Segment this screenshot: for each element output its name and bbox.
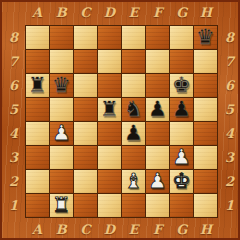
square-b8[interactable] — [50, 26, 73, 49]
file-label-b: B — [49, 219, 73, 240]
square-h6[interactable] — [194, 74, 217, 97]
square-g7[interactable] — [170, 50, 193, 73]
piece-black-rook[interactable]: ♜ — [100, 98, 119, 121]
piece-black-king[interactable]: ♚ — [172, 74, 191, 97]
square-a5[interactable] — [26, 98, 49, 121]
square-e5[interactable]: ♞ — [122, 98, 145, 121]
rank-label-8: 8 — [219, 25, 240, 49]
file-label-e: E — [122, 2, 146, 23]
square-b5[interactable] — [50, 98, 73, 121]
chess-board: ♛♜♛♚♜♞♟♟♟♟♟♝♟♚♜ — [25, 25, 218, 218]
square-c3[interactable] — [74, 146, 97, 169]
square-d4[interactable] — [98, 122, 121, 145]
square-b1[interactable]: ♜ — [50, 194, 73, 217]
rank-label-5: 5 — [3, 97, 24, 121]
square-f3[interactable] — [146, 146, 169, 169]
square-e2[interactable]: ♝ — [122, 170, 145, 193]
square-c1[interactable] — [74, 194, 97, 217]
rank-label-2: 2 — [219, 170, 240, 194]
piece-white-king[interactable]: ♚ — [172, 170, 191, 193]
square-d8[interactable] — [98, 26, 121, 49]
square-b6[interactable]: ♛ — [50, 74, 73, 97]
square-g8[interactable] — [170, 26, 193, 49]
rank-label-7: 7 — [219, 49, 240, 73]
rank-labels-left: 87654321 — [3, 25, 24, 218]
piece-black-knight[interactable]: ♞ — [124, 98, 143, 121]
rank-label-8: 8 — [3, 25, 24, 49]
square-c6[interactable] — [74, 74, 97, 97]
square-b2[interactable] — [50, 170, 73, 193]
file-label-h: H — [194, 219, 218, 240]
square-g3[interactable]: ♟ — [170, 146, 193, 169]
file-label-c: C — [73, 219, 97, 240]
square-e1[interactable] — [122, 194, 145, 217]
square-d2[interactable] — [98, 170, 121, 193]
piece-black-queen[interactable]: ♛ — [196, 26, 215, 49]
square-g4[interactable] — [170, 122, 193, 145]
square-d3[interactable] — [98, 146, 121, 169]
piece-black-rook[interactable]: ♜ — [28, 74, 47, 97]
file-label-a: A — [25, 2, 49, 23]
file-label-c: C — [73, 2, 97, 23]
square-a6[interactable]: ♜ — [26, 74, 49, 97]
square-f1[interactable] — [146, 194, 169, 217]
square-h7[interactable] — [194, 50, 217, 73]
file-label-h: H — [194, 2, 218, 23]
square-e3[interactable] — [122, 146, 145, 169]
rank-label-6: 6 — [219, 73, 240, 97]
file-label-f: F — [146, 2, 170, 23]
rank-label-6: 6 — [3, 73, 24, 97]
file-labels-bottom: ABCDEFGH — [25, 219, 218, 240]
square-a4[interactable] — [26, 122, 49, 145]
piece-white-pawn[interactable]: ♟ — [172, 146, 191, 169]
square-c7[interactable] — [74, 50, 97, 73]
square-b7[interactable] — [50, 50, 73, 73]
piece-white-pawn[interactable]: ♟ — [52, 122, 71, 145]
rank-label-3: 3 — [3, 146, 24, 170]
file-label-a: A — [25, 219, 49, 240]
square-h1[interactable] — [194, 194, 217, 217]
square-h3[interactable] — [194, 146, 217, 169]
square-a2[interactable] — [26, 170, 49, 193]
square-a3[interactable] — [26, 146, 49, 169]
square-d1[interactable] — [98, 194, 121, 217]
file-label-f: F — [146, 219, 170, 240]
rank-label-4: 4 — [219, 122, 240, 146]
piece-black-pawn[interactable]: ♟ — [148, 98, 167, 121]
square-g6[interactable]: ♚ — [170, 74, 193, 97]
square-d7[interactable] — [98, 50, 121, 73]
square-h8[interactable]: ♛ — [194, 26, 217, 49]
file-label-d: D — [97, 2, 121, 23]
piece-white-pawn[interactable]: ♟ — [148, 170, 167, 193]
piece-white-rook[interactable]: ♜ — [52, 194, 71, 217]
square-h4[interactable] — [194, 122, 217, 145]
file-label-d: D — [97, 219, 121, 240]
square-g2[interactable]: ♚ — [170, 170, 193, 193]
square-h5[interactable] — [194, 98, 217, 121]
piece-black-queen[interactable]: ♛ — [52, 74, 71, 97]
square-a7[interactable] — [26, 50, 49, 73]
rank-label-2: 2 — [3, 170, 24, 194]
piece-black-pawn[interactable]: ♟ — [172, 98, 191, 121]
file-label-g: G — [170, 2, 194, 23]
square-a1[interactable] — [26, 194, 49, 217]
rank-label-3: 3 — [219, 146, 240, 170]
square-e8[interactable] — [122, 26, 145, 49]
square-c2[interactable] — [74, 170, 97, 193]
rank-label-7: 7 — [3, 49, 24, 73]
square-g5[interactable]: ♟ — [170, 98, 193, 121]
rank-label-4: 4 — [3, 122, 24, 146]
square-c4[interactable] — [74, 122, 97, 145]
square-b4[interactable]: ♟ — [50, 122, 73, 145]
piece-black-pawn[interactable]: ♟ — [124, 122, 143, 145]
square-e6[interactable] — [122, 74, 145, 97]
file-label-e: E — [122, 219, 146, 240]
square-f8[interactable] — [146, 26, 169, 49]
square-c5[interactable] — [74, 98, 97, 121]
rank-label-1: 1 — [3, 194, 24, 218]
piece-white-bishop[interactable]: ♝ — [124, 170, 143, 193]
square-f2[interactable]: ♟ — [146, 170, 169, 193]
square-e7[interactable] — [122, 50, 145, 73]
square-h2[interactable] — [194, 170, 217, 193]
square-f6[interactable] — [146, 74, 169, 97]
square-f5[interactable]: ♟ — [146, 98, 169, 121]
rank-labels-right: 87654321 — [219, 25, 240, 218]
square-d6[interactable] — [98, 74, 121, 97]
square-d5[interactable]: ♜ — [98, 98, 121, 121]
chess-board-frame: ABCDEFGH 87654321 87654321 ABCDEFGH ♛♜♛♚… — [0, 0, 240, 240]
rank-label-1: 1 — [219, 194, 240, 218]
rank-label-5: 5 — [219, 97, 240, 121]
square-g1[interactable] — [170, 194, 193, 217]
file-label-b: B — [49, 2, 73, 23]
square-f4[interactable] — [146, 122, 169, 145]
file-labels-top: ABCDEFGH — [25, 2, 218, 23]
square-e4[interactable]: ♟ — [122, 122, 145, 145]
square-a8[interactable] — [26, 26, 49, 49]
square-c8[interactable] — [74, 26, 97, 49]
square-f7[interactable] — [146, 50, 169, 73]
file-label-g: G — [170, 219, 194, 240]
square-b3[interactable] — [50, 146, 73, 169]
